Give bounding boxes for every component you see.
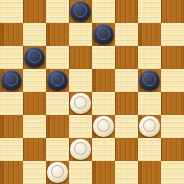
white-man-d4[interactable] (70, 93, 91, 114)
square-c6[interactable] (46, 46, 69, 69)
square-f1[interactable] (115, 161, 138, 184)
black-man-b6[interactable] (24, 47, 45, 68)
square-g5[interactable] (138, 69, 161, 92)
square-d4[interactable] (69, 92, 92, 115)
square-f2[interactable] (115, 138, 138, 161)
square-b8[interactable] (23, 0, 46, 23)
black-man-g5[interactable] (139, 70, 160, 91)
black-man-c5[interactable] (47, 70, 68, 91)
square-g8[interactable] (138, 0, 161, 23)
piece-ring-groove (74, 96, 87, 109)
square-a5[interactable] (0, 69, 23, 92)
square-c3[interactable] (46, 115, 69, 138)
piece-ring-groove (74, 142, 87, 155)
black-man-a5[interactable] (1, 70, 22, 91)
black-man-e7[interactable] (93, 24, 114, 45)
square-g6[interactable] (138, 46, 161, 69)
piece-ring-groove (51, 73, 64, 86)
square-d2[interactable] (69, 138, 92, 161)
square-g7[interactable] (138, 23, 161, 46)
square-a3[interactable] (0, 115, 23, 138)
square-e7[interactable] (92, 23, 115, 46)
square-d6[interactable] (69, 46, 92, 69)
white-man-c1[interactable] (47, 162, 68, 183)
square-e2[interactable] (92, 138, 115, 161)
square-a6[interactable] (0, 46, 23, 69)
square-h7[interactable] (161, 23, 184, 46)
piece-ring-groove (97, 27, 110, 40)
square-e5[interactable] (92, 69, 115, 92)
square-f4[interactable] (115, 92, 138, 115)
square-d3[interactable] (69, 115, 92, 138)
square-b5[interactable] (23, 69, 46, 92)
square-b4[interactable] (23, 92, 46, 115)
square-a8[interactable] (0, 0, 23, 23)
square-c5[interactable] (46, 69, 69, 92)
square-c4[interactable] (46, 92, 69, 115)
piece-ring-groove (51, 165, 64, 178)
square-h1[interactable] (161, 161, 184, 184)
square-h6[interactable] (161, 46, 184, 69)
square-c8[interactable] (46, 0, 69, 23)
square-e4[interactable] (92, 92, 115, 115)
square-e3[interactable] (92, 115, 115, 138)
square-e6[interactable] (92, 46, 115, 69)
white-man-g3[interactable] (139, 116, 160, 137)
square-f8[interactable] (115, 0, 138, 23)
square-h4[interactable] (161, 92, 184, 115)
square-g4[interactable] (138, 92, 161, 115)
square-h3[interactable] (161, 115, 184, 138)
checkers-board (0, 0, 184, 184)
square-a1[interactable] (0, 161, 23, 184)
square-f5[interactable] (115, 69, 138, 92)
square-b1[interactable] (23, 161, 46, 184)
white-man-e3[interactable] (93, 116, 114, 137)
piece-ring-groove (74, 4, 87, 17)
square-e8[interactable] (92, 0, 115, 23)
square-a4[interactable] (0, 92, 23, 115)
square-f6[interactable] (115, 46, 138, 69)
piece-ring-groove (143, 73, 156, 86)
square-d5[interactable] (69, 69, 92, 92)
square-b3[interactable] (23, 115, 46, 138)
white-man-d2[interactable] (70, 139, 91, 160)
square-h8[interactable] (161, 0, 184, 23)
square-d7[interactable] (69, 23, 92, 46)
square-c7[interactable] (46, 23, 69, 46)
square-a2[interactable] (0, 138, 23, 161)
square-e1[interactable] (92, 161, 115, 184)
piece-ring-groove (143, 119, 156, 132)
square-b7[interactable] (23, 23, 46, 46)
square-f7[interactable] (115, 23, 138, 46)
square-c1[interactable] (46, 161, 69, 184)
square-b6[interactable] (23, 46, 46, 69)
square-d8[interactable] (69, 0, 92, 23)
square-c2[interactable] (46, 138, 69, 161)
piece-ring-groove (28, 50, 41, 63)
piece-ring-groove (5, 73, 18, 86)
square-a7[interactable] (0, 23, 23, 46)
black-man-d8[interactable] (70, 1, 91, 22)
square-h2[interactable] (161, 138, 184, 161)
piece-ring-groove (97, 119, 110, 132)
square-g2[interactable] (138, 138, 161, 161)
square-f3[interactable] (115, 115, 138, 138)
square-b2[interactable] (23, 138, 46, 161)
square-h5[interactable] (161, 69, 184, 92)
square-g3[interactable] (138, 115, 161, 138)
square-d1[interactable] (69, 161, 92, 184)
square-g1[interactable] (138, 161, 161, 184)
